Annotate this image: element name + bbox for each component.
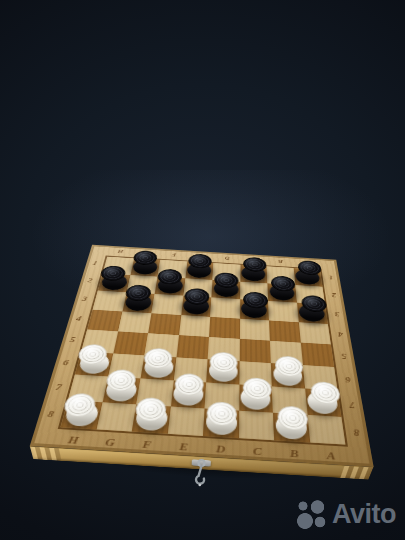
white-checker[interactable] [173, 373, 204, 397]
square-B3[interactable] [268, 301, 298, 322]
file-label: F [127, 433, 166, 454]
square-F3[interactable] [151, 294, 183, 315]
square-D3[interactable] [210, 298, 240, 319]
square-F8[interactable] [132, 404, 171, 434]
square-F6[interactable] [141, 355, 176, 381]
file-label: A [312, 444, 351, 465]
square-E3[interactable] [181, 296, 212, 317]
black-checker[interactable] [99, 265, 127, 281]
black-checker[interactable] [157, 268, 183, 285]
file-label: G [90, 431, 130, 452]
square-D2[interactable] [211, 280, 240, 300]
square-B6[interactable] [271, 363, 305, 389]
rank-label: 6 [336, 367, 360, 393]
square-A7[interactable] [305, 389, 342, 417]
square-H2[interactable] [98, 273, 130, 292]
black-checker[interactable] [214, 272, 239, 289]
square-E5[interactable] [176, 335, 209, 359]
square-G3[interactable] [122, 292, 155, 313]
square-E8[interactable] [167, 406, 204, 436]
square-E1[interactable] [185, 261, 213, 279]
square-H6[interactable] [75, 351, 113, 376]
square-C7[interactable] [239, 385, 273, 413]
white-checker[interactable] [209, 351, 238, 373]
black-checker[interactable] [243, 291, 268, 309]
rank-label: 8 [344, 418, 371, 448]
finger-joint-left [30, 447, 62, 461]
photo-background: HGFEDCBA 12345678 12345678 HGFEDCBA Avit… [0, 0, 405, 540]
square-B4[interactable] [269, 320, 300, 342]
white-checker[interactable] [206, 401, 237, 427]
rank-label: 7 [340, 392, 365, 420]
finger-joint-right [340, 466, 373, 480]
square-H8[interactable] [61, 400, 103, 430]
white-checker[interactable] [243, 377, 273, 401]
file-label: H [53, 429, 94, 450]
square-G5[interactable] [113, 331, 148, 355]
board-scene: HGFEDCBA 12345678 12345678 HGFEDCBA [58, 186, 361, 489]
square-B2[interactable] [267, 283, 296, 303]
square-D8[interactable] [203, 408, 239, 438]
square-D6[interactable] [206, 359, 239, 385]
square-A1[interactable] [293, 268, 322, 287]
white-checker[interactable] [104, 369, 137, 392]
square-A3[interactable] [297, 303, 328, 324]
square-A5[interactable] [300, 343, 334, 367]
square-H4[interactable] [87, 309, 122, 331]
board-grid [58, 255, 348, 446]
square-A4[interactable] [298, 322, 330, 344]
square-C5[interactable] [239, 339, 271, 363]
rank-label: 2 [324, 286, 344, 305]
square-C8[interactable] [239, 410, 275, 440]
file-label: E [164, 436, 202, 457]
black-checker[interactable] [297, 260, 322, 276]
black-checker[interactable] [187, 254, 212, 270]
square-G7[interactable] [102, 377, 140, 404]
white-checker[interactable] [134, 397, 168, 422]
file-label: C [239, 440, 276, 461]
square-E7[interactable] [170, 381, 206, 409]
square-C3[interactable] [240, 299, 269, 320]
square-F4[interactable] [148, 313, 181, 335]
avito-logo-icon [296, 498, 327, 530]
rank-label: 4 [330, 324, 352, 346]
black-checker[interactable] [124, 284, 152, 302]
black-checker[interactable] [132, 250, 158, 265]
file-label: B [275, 442, 313, 463]
avito-logo-text: Avito [332, 501, 396, 528]
white-checker[interactable] [76, 343, 109, 365]
square-G1[interactable] [130, 258, 160, 276]
white-checker[interactable] [62, 392, 98, 417]
white-checker[interactable] [143, 347, 174, 369]
square-C4[interactable] [239, 318, 269, 340]
black-checker[interactable] [183, 288, 209, 306]
square-D4[interactable] [209, 317, 240, 339]
rank-label: 5 [333, 345, 356, 369]
square-B8[interactable] [273, 412, 310, 442]
square-G8[interactable] [96, 402, 136, 432]
square-A8[interactable] [307, 414, 345, 444]
file-label: D [202, 438, 239, 459]
rank-label: 1 [321, 269, 341, 287]
square-C1[interactable] [240, 265, 267, 283]
black-checker[interactable] [243, 257, 267, 273]
square-E4[interactable] [179, 315, 211, 337]
square-H3[interactable] [93, 291, 127, 312]
rank-label: 3 [327, 304, 348, 325]
square-F2[interactable] [155, 276, 185, 295]
checkers-board: HGFEDCBA 12345678 12345678 HGFEDCBA [30, 245, 374, 467]
file-label: B [267, 256, 294, 266]
square-G4[interactable] [118, 311, 152, 333]
clasp-hook-icon [190, 458, 212, 490]
avito-watermark: Avito [296, 498, 396, 530]
